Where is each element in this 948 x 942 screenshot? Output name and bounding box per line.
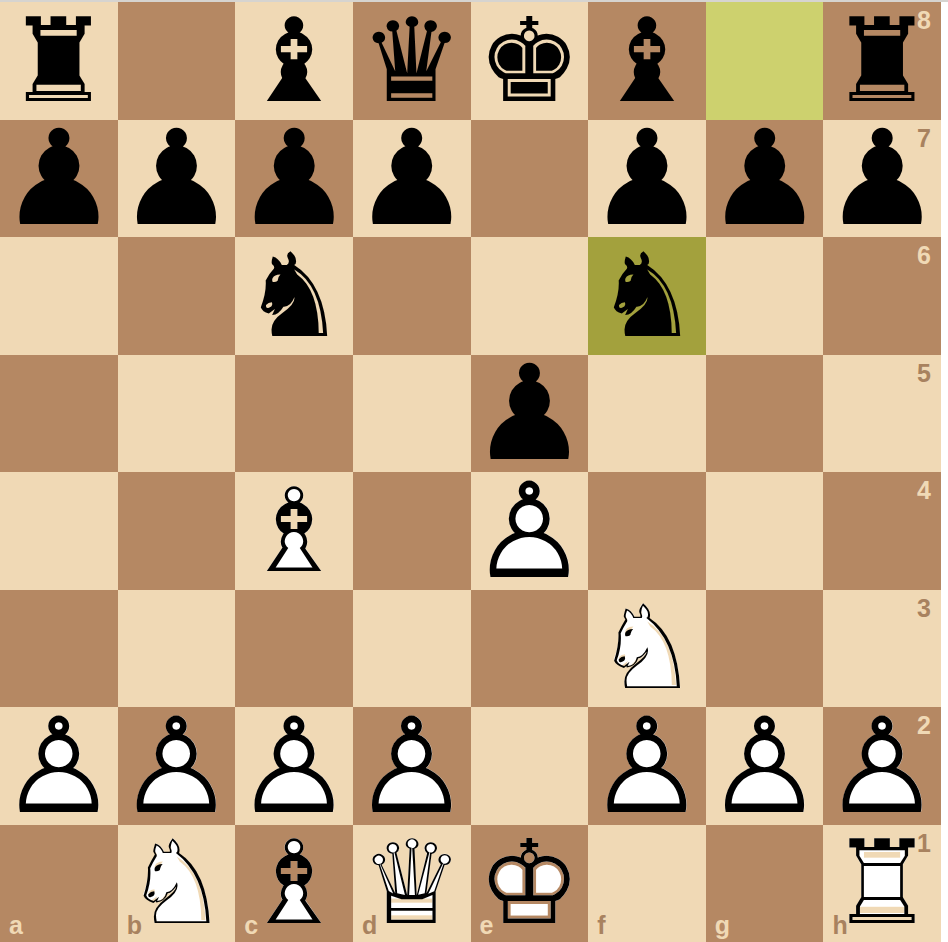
piece-glyph-outline: ♙: [705, 700, 823, 832]
square-a5[interactable]: [0, 355, 118, 473]
square-a7[interactable]: ♟: [0, 120, 118, 238]
square-h1[interactable]: ♜♖h1: [823, 825, 941, 942]
square-d2[interactable]: ♟♙: [353, 707, 471, 825]
square-h5[interactable]: 5: [823, 355, 941, 473]
rank-label-4: 4: [917, 478, 931, 503]
piece-black-pawn[interactable]: ♟: [235, 120, 353, 238]
square-e8[interactable]: ♚: [471, 2, 589, 120]
piece-glyph: ♚: [477, 3, 581, 119]
square-g4[interactable]: [706, 472, 824, 590]
piece-black-knight[interactable]: ♞: [235, 237, 353, 355]
square-c4[interactable]: ♝♗: [235, 472, 353, 590]
square-d1[interactable]: ♛♕d: [353, 825, 471, 942]
piece-glyph: ♟: [353, 112, 471, 244]
piece-white-pawn[interactable]: ♟♙: [118, 707, 236, 825]
square-c7[interactable]: ♟: [235, 120, 353, 238]
piece-black-pawn[interactable]: ♟: [353, 120, 471, 238]
square-h2[interactable]: ♟♙2: [823, 707, 941, 825]
square-g1[interactable]: g: [706, 825, 824, 942]
square-b2[interactable]: ♟♙: [118, 707, 236, 825]
square-g2[interactable]: ♟♙: [706, 707, 824, 825]
piece-glyph-outline: ♙: [470, 465, 588, 597]
rank-label-1: 1: [917, 831, 931, 856]
piece-black-knight[interactable]: ♞: [588, 237, 706, 355]
piece-glyph-outline: ♙: [235, 700, 353, 832]
piece-white-pawn[interactable]: ♟♙: [471, 472, 589, 590]
square-e7[interactable]: [471, 120, 589, 238]
square-e1[interactable]: ♚♔e: [471, 825, 589, 942]
piece-black-pawn[interactable]: ♟: [0, 120, 118, 238]
square-d6[interactable]: [353, 237, 471, 355]
square-a2[interactable]: ♟♙: [0, 707, 118, 825]
square-f5[interactable]: [588, 355, 706, 473]
file-label-b: b: [127, 913, 142, 938]
piece-white-bishop[interactable]: ♝♗: [235, 472, 353, 590]
page: ♜♝♛♚♝♜8♟♟♟♟♟♟♟7♞♞6♟5♝♗♟♙4♞♘3♟♙♟♙♟♙♟♙♟♙♟♙…: [0, 0, 948, 942]
square-h4[interactable]: 4: [823, 472, 941, 590]
piece-white-pawn[interactable]: ♟♙: [588, 707, 706, 825]
piece-black-king[interactable]: ♚: [471, 2, 589, 120]
rank-label-3: 3: [917, 596, 931, 621]
square-f4[interactable]: [588, 472, 706, 590]
piece-glyph: ♟: [705, 112, 823, 244]
piece-white-pawn[interactable]: ♟♙: [706, 707, 824, 825]
rank-label-7: 7: [917, 126, 931, 151]
piece-black-pawn[interactable]: ♟: [706, 120, 824, 238]
piece-glyph: ♟: [0, 112, 118, 244]
piece-black-pawn[interactable]: ♟: [588, 120, 706, 238]
square-f6[interactable]: ♞: [588, 237, 706, 355]
square-e3[interactable]: [471, 590, 589, 708]
piece-white-pawn[interactable]: ♟♙: [353, 707, 471, 825]
file-label-a: a: [9, 913, 23, 938]
piece-glyph-outline: ♙: [117, 700, 235, 832]
piece-glyph-outline: ♗: [242, 473, 346, 589]
square-c6[interactable]: ♞: [235, 237, 353, 355]
file-label-e: e: [480, 913, 494, 938]
square-d5[interactable]: [353, 355, 471, 473]
file-label-g: g: [715, 913, 730, 938]
piece-white-pawn[interactable]: ♟♙: [0, 707, 118, 825]
square-b4[interactable]: [118, 472, 236, 590]
square-f7[interactable]: ♟: [588, 120, 706, 238]
chess-board: ♜♝♛♚♝♜8♟♟♟♟♟♟♟7♞♞6♟5♝♗♟♙4♞♘3♟♙♟♙♟♙♟♙♟♙♟♙…: [0, 2, 941, 942]
square-h6[interactable]: 6: [823, 237, 941, 355]
square-f2[interactable]: ♟♙: [588, 707, 706, 825]
piece-glyph: ♟: [117, 112, 235, 244]
square-g5[interactable]: [706, 355, 824, 473]
piece-black-pawn[interactable]: ♟: [118, 120, 236, 238]
square-c2[interactable]: ♟♙: [235, 707, 353, 825]
piece-glyph-outline: ♙: [588, 700, 706, 832]
square-d7[interactable]: ♟: [353, 120, 471, 238]
square-g7[interactable]: ♟: [706, 120, 824, 238]
square-a6[interactable]: [0, 237, 118, 355]
piece-white-pawn[interactable]: ♟♙: [235, 707, 353, 825]
square-g6[interactable]: [706, 237, 824, 355]
square-b1[interactable]: ♞♘b: [118, 825, 236, 942]
square-e2[interactable]: [471, 707, 589, 825]
piece-glyph: ♞: [242, 238, 346, 354]
file-label-h: h: [832, 913, 847, 938]
square-a4[interactable]: [0, 472, 118, 590]
square-e4[interactable]: ♟♙: [471, 472, 589, 590]
square-a1[interactable]: a: [0, 825, 118, 942]
rank-label-6: 6: [917, 243, 931, 268]
rank-label-8: 8: [917, 8, 931, 33]
square-f1[interactable]: f: [588, 825, 706, 942]
square-b7[interactable]: ♟: [118, 120, 236, 238]
square-c5[interactable]: [235, 355, 353, 473]
square-c1[interactable]: ♝♗c: [235, 825, 353, 942]
piece-glyph: ♟: [588, 112, 706, 244]
square-b5[interactable]: [118, 355, 236, 473]
file-label-c: c: [244, 913, 258, 938]
piece-glyph-outline: ♙: [353, 700, 471, 832]
piece-glyph: ♞: [595, 238, 699, 354]
square-h7[interactable]: ♟7: [823, 120, 941, 238]
square-b6[interactable]: [118, 237, 236, 355]
piece-glyph: ♟: [235, 112, 353, 244]
rank-label-5: 5: [917, 361, 931, 386]
rank-label-2: 2: [917, 713, 931, 738]
file-label-d: d: [362, 913, 377, 938]
piece-glyph-outline: ♙: [0, 700, 118, 832]
square-d4[interactable]: [353, 472, 471, 590]
file-label-f: f: [597, 913, 605, 938]
